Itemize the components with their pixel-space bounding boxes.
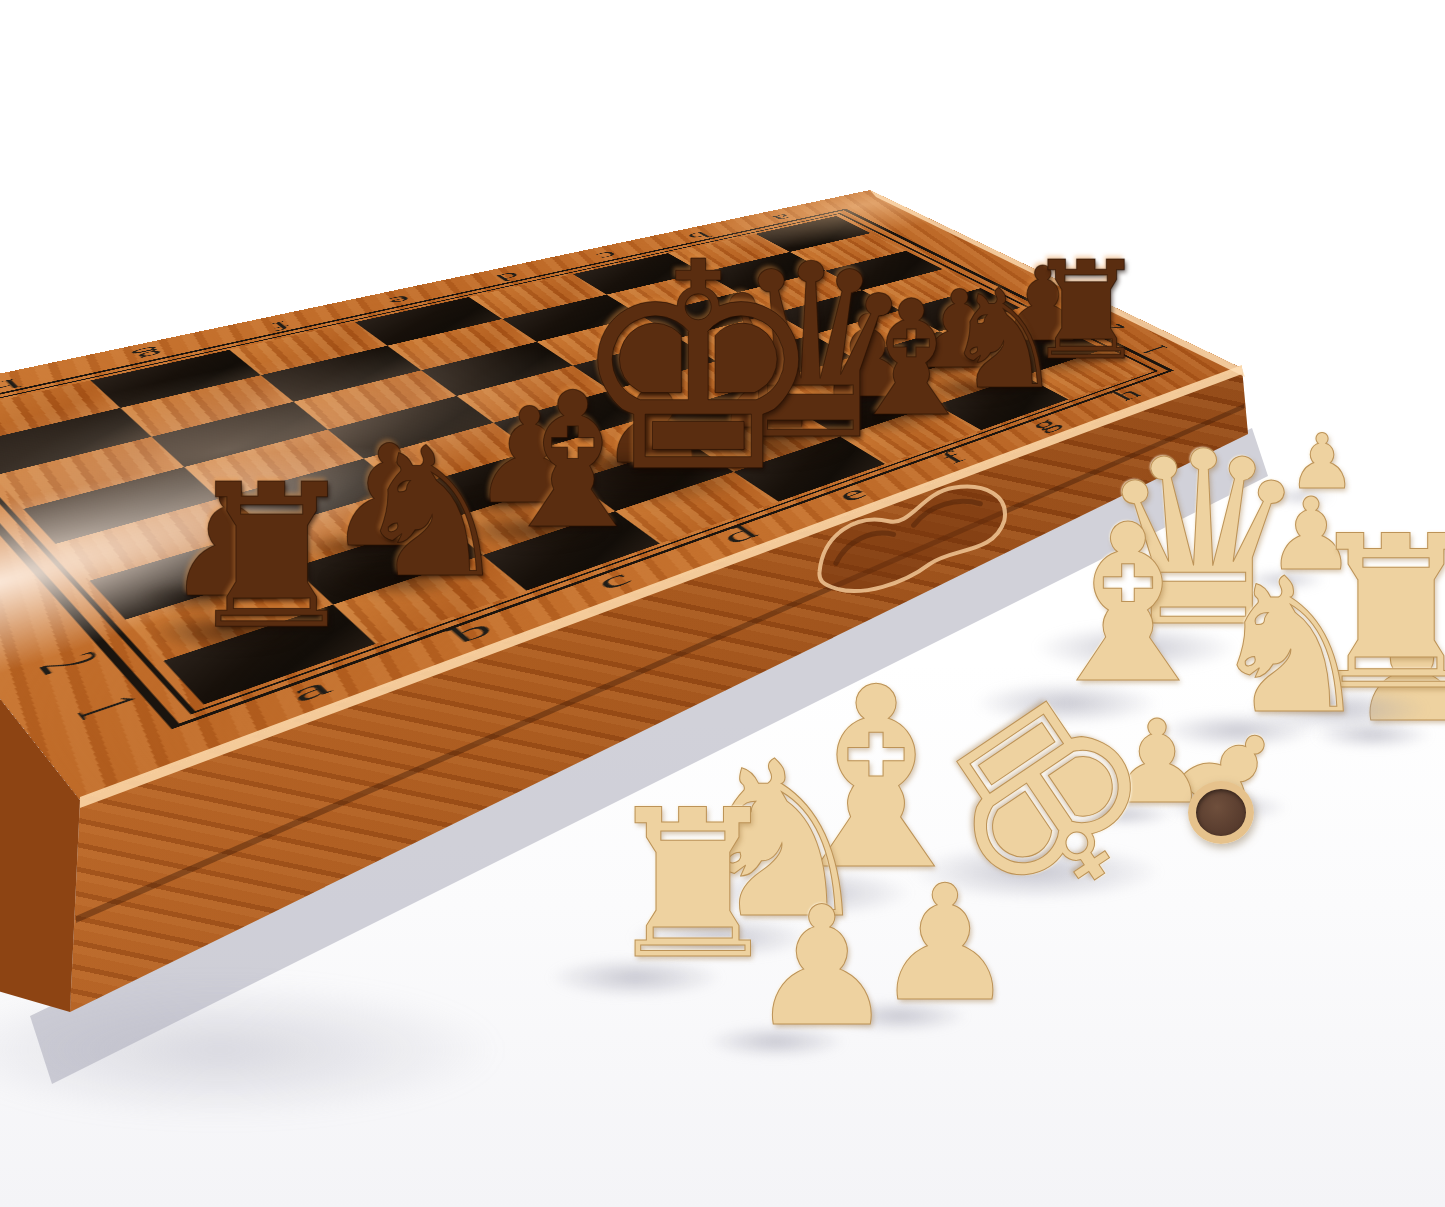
white-pawn-14[interactable]: ♟ <box>748 885 896 1050</box>
dark-rook-a1[interactable]: ♜ <box>182 459 360 658</box>
pawn-felt-base[interactable] <box>1188 781 1254 844</box>
dark-knight-b1[interactable]: ♞ <box>351 425 511 604</box>
chess-set-photo: abcdefghhgfedcba1122 ♜♞♝♚♛♝♞♜♟♟♟♟♟♟♟♟♟♟♛… <box>0 0 1445 1207</box>
dark-bishop-c1[interactable]: ♝ <box>489 368 657 555</box>
left-rank-label-2: 2 <box>9 632 130 696</box>
left-rank-label-1: 1 <box>45 674 169 742</box>
